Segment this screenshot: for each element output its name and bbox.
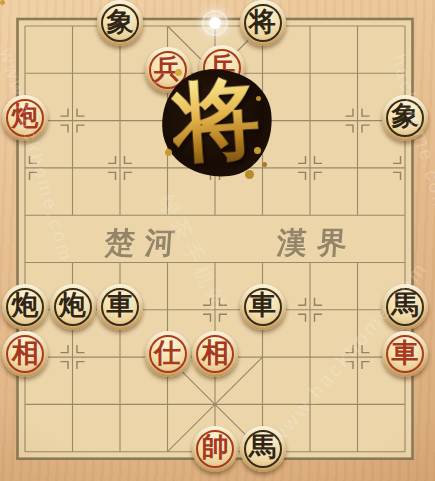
piece-character: 車: [107, 292, 134, 319]
piece-black-elephant[interactable]: 象: [97, 0, 143, 46]
game-screen: 楚河 漢界 象将兵兵炮象炮炮車車馬相仕相車帥馬 将 www.hackhome.c…: [0, 0, 435, 481]
piece-character: 車: [249, 292, 276, 319]
piece-black-cannon[interactable]: 炮: [50, 284, 96, 330]
piece-character: 兵: [154, 56, 181, 83]
piece-character: 将: [249, 9, 276, 36]
last-move-indicator: [209, 17, 221, 29]
piece-black-cannon[interactable]: 炮: [2, 284, 48, 330]
piece-character: 車: [392, 340, 419, 367]
piece-black-general[interactable]: 将: [240, 0, 286, 46]
piece-red-soldier[interactable]: 兵: [145, 47, 191, 93]
piece-character: 炮: [12, 103, 39, 130]
piece-character: 象: [107, 9, 134, 36]
piece-character: 馬: [392, 292, 419, 319]
river-label-right: 漢界: [266, 223, 359, 264]
piece-character: 象: [392, 103, 419, 130]
piece-red-cannon[interactable]: 炮: [2, 95, 48, 141]
piece-character: 帥: [202, 434, 229, 461]
piece-character: 炮: [12, 292, 39, 319]
piece-black-elephant[interactable]: 象: [382, 95, 428, 141]
board[interactable]: 楚河 漢界 象将兵兵炮象炮炮車車馬相仕相車帥馬 将: [0, 0, 435, 481]
piece-red-soldier[interactable]: 兵: [199, 45, 245, 91]
piece-red-elephant[interactable]: 相: [2, 331, 48, 377]
piece-red-advisor[interactable]: 仕: [145, 331, 191, 377]
piece-red-chariot[interactable]: 車: [382, 331, 428, 377]
piece-character: 相: [12, 340, 39, 367]
piece-black-chariot[interactable]: 車: [97, 284, 143, 330]
piece-red-elephant[interactable]: 相: [192, 331, 238, 377]
piece-black-horse[interactable]: 馬: [240, 426, 286, 472]
piece-red-general[interactable]: 帥: [192, 426, 238, 472]
piece-character: 相: [202, 340, 229, 367]
piece-character: 馬: [249, 434, 276, 461]
piece-black-horse[interactable]: 馬: [382, 284, 428, 330]
piece-character: 仕: [154, 340, 181, 367]
piece-black-chariot[interactable]: 車: [240, 284, 286, 330]
piece-character: 兵: [209, 54, 236, 81]
river-label-left: 楚河: [94, 223, 187, 264]
piece-character: 炮: [59, 292, 86, 319]
